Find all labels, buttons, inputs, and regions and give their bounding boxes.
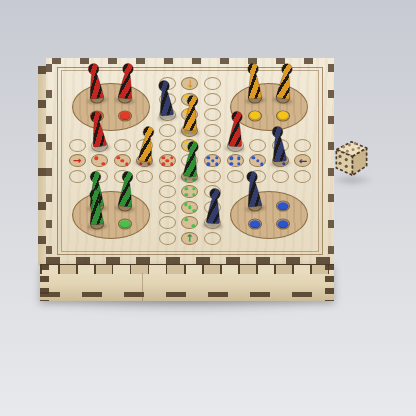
home-dot-red	[119, 112, 130, 121]
home-hole-blue[interactable]	[276, 219, 290, 230]
peg-glyph	[135, 124, 159, 164]
peg-glyph	[225, 109, 248, 148]
finger-joints-bottom-edge	[46, 257, 334, 264]
peg-blue[interactable]	[267, 123, 290, 165]
finger-joints-left-edge	[46, 64, 52, 258]
ludo-board-overlay	[66, 76, 314, 246]
home-dot-blue	[277, 202, 288, 211]
peg-glyph	[202, 186, 225, 225]
peg-green[interactable]	[85, 187, 108, 228]
peg-glyph	[115, 170, 138, 210]
peg-green[interactable]	[180, 139, 204, 181]
home-hole-yellow[interactable]	[276, 110, 290, 121]
peg-yellow[interactable]	[134, 123, 159, 165]
peg-glyph	[180, 140, 204, 180]
home-hole-blue[interactable]	[248, 219, 262, 230]
home-dot-green	[119, 220, 130, 229]
corner-joint-right	[325, 264, 334, 301]
home-hole-yellow[interactable]	[248, 110, 262, 121]
peg-glyph	[85, 188, 108, 227]
home-dot-blue	[250, 220, 261, 229]
peg-blue[interactable]	[154, 77, 178, 119]
box-front-face	[40, 264, 334, 301]
peg-glyph	[243, 61, 266, 100]
peg-red[interactable]	[115, 60, 139, 102]
peg-glyph	[115, 61, 139, 101]
box-seam-joints	[40, 292, 334, 297]
peg-blue[interactable]	[202, 185, 225, 226]
home-hole-green[interactable]	[118, 219, 132, 230]
wooden-die[interactable]	[328, 134, 376, 182]
peg-glyph	[267, 124, 290, 164]
home-oval-green	[72, 191, 150, 239]
home-hole-blue[interactable]	[276, 201, 290, 212]
peg-glyph	[154, 78, 178, 118]
home-dot-blue	[277, 220, 288, 229]
scene: →→→→	[0, 0, 416, 416]
home-dot-yellow	[277, 112, 288, 121]
peg-yellow[interactable]	[180, 93, 203, 135]
peg-blue[interactable]	[241, 168, 265, 210]
corner-joint-left	[40, 264, 49, 301]
peg-glyph	[180, 94, 203, 134]
home-oval-blue	[230, 191, 308, 239]
peg-green[interactable]	[115, 169, 138, 211]
peg-glyph	[241, 169, 265, 209]
home-hole-red[interactable]	[118, 110, 132, 121]
home-dot-yellow	[250, 112, 261, 121]
game-box-lid: →→→→	[46, 58, 334, 264]
peg-red[interactable]	[225, 108, 248, 149]
peg-yellow[interactable]	[243, 60, 266, 101]
lid-finger-joints	[40, 264, 334, 274]
front-panel-seam	[142, 273, 143, 301]
